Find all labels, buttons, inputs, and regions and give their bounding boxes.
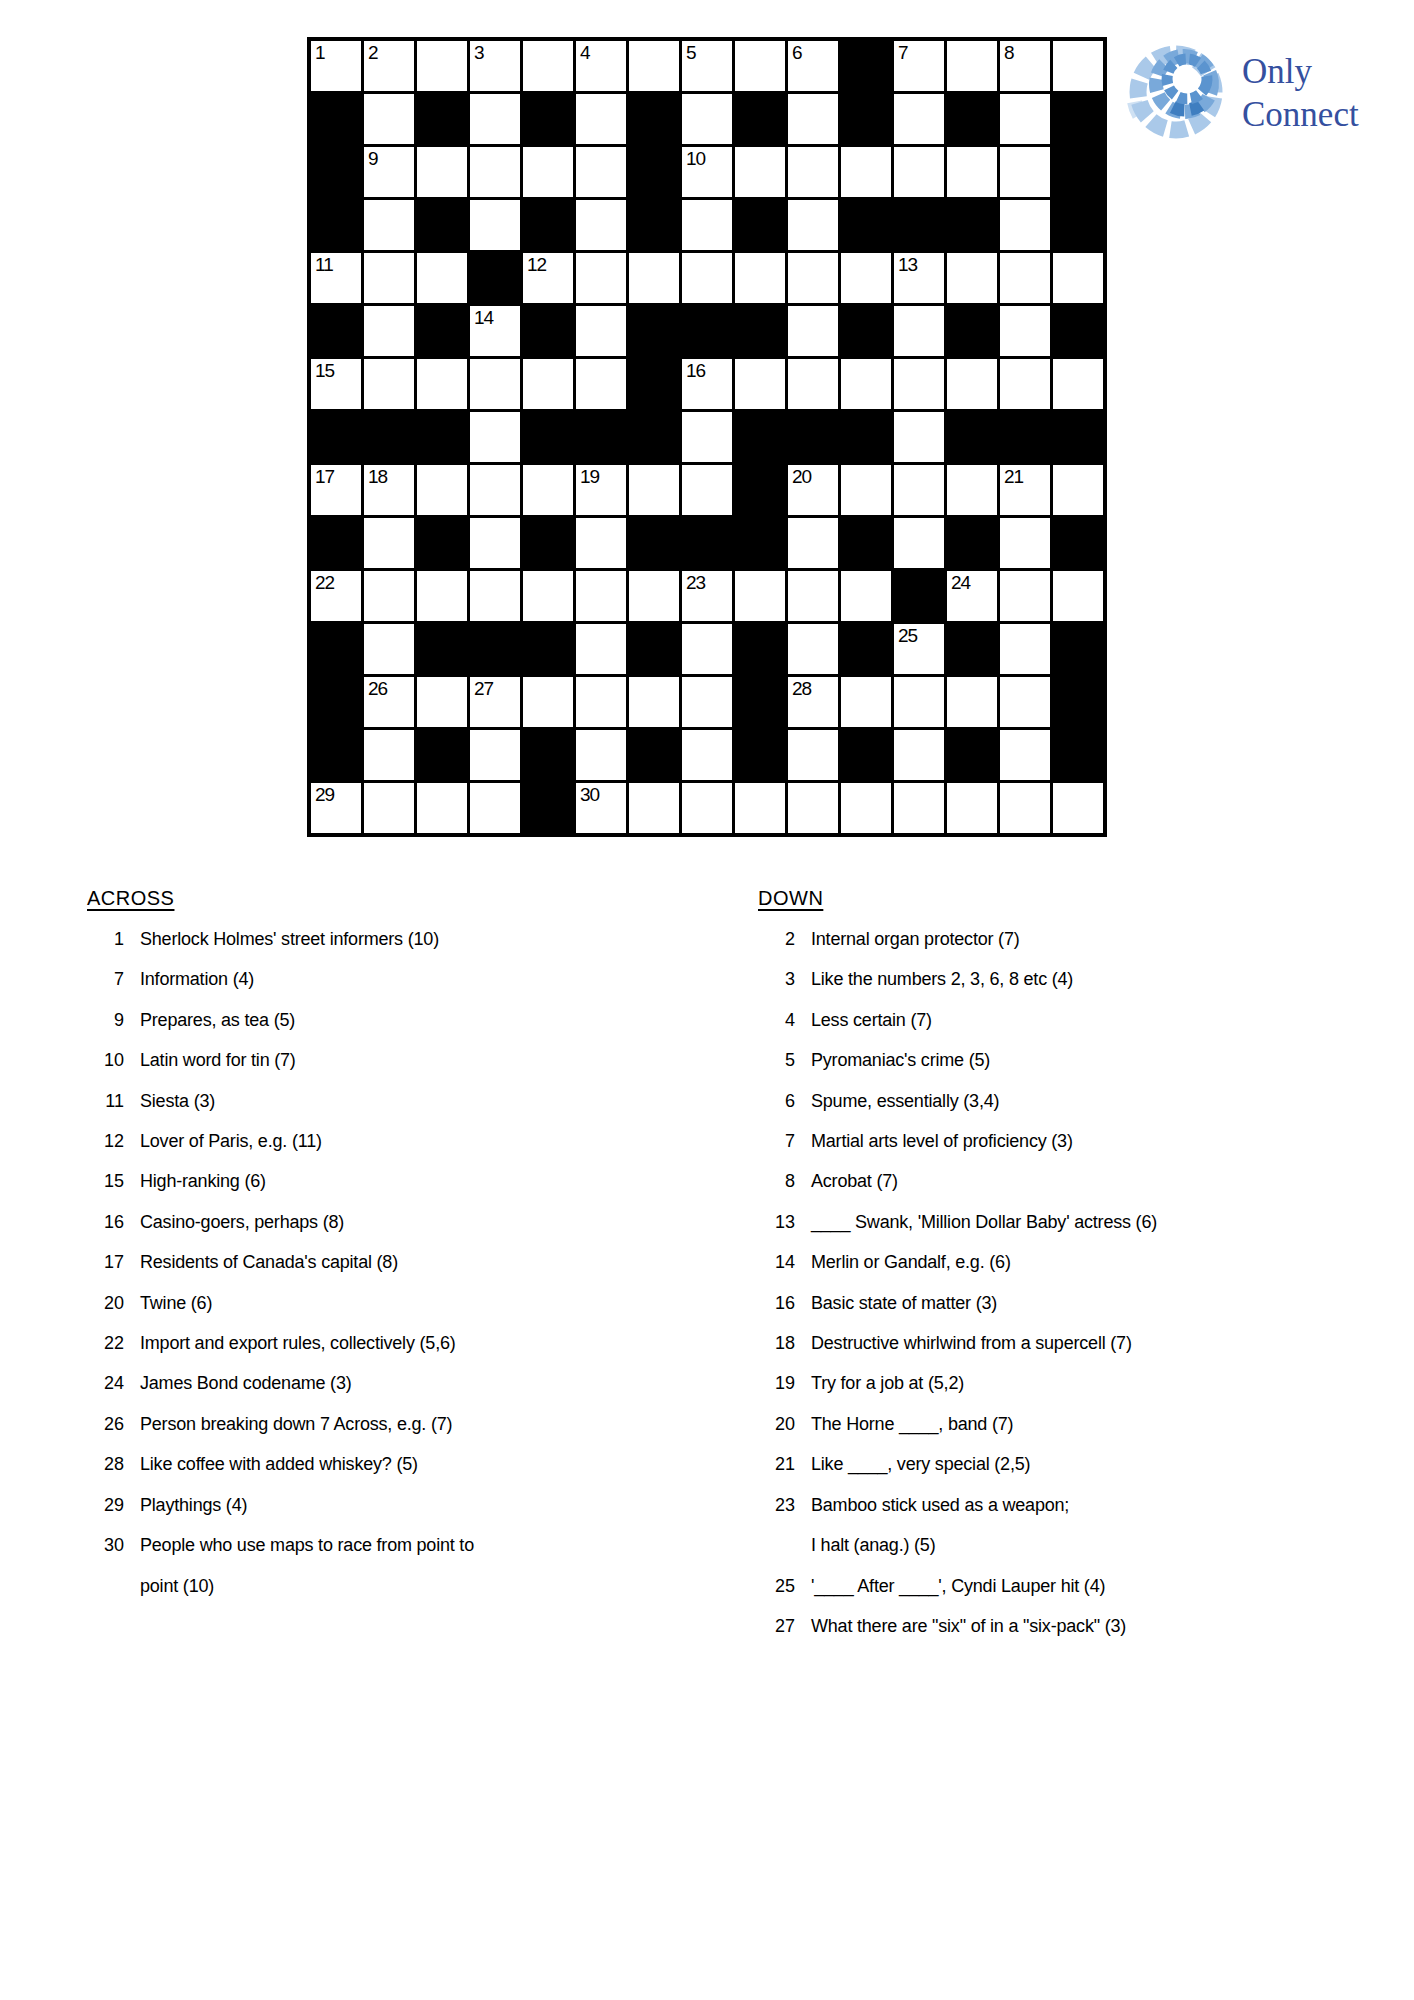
cell-number: 2 xyxy=(368,42,378,63)
cell-r7c13[interactable] xyxy=(947,359,997,409)
cell-r14c10[interactable] xyxy=(788,730,838,780)
cell-r5c7[interactable] xyxy=(629,253,679,303)
cell-r7c14[interactable] xyxy=(1000,359,1050,409)
cell-r15c13[interactable] xyxy=(947,783,997,833)
cell-r14c1 xyxy=(311,730,361,780)
cell-r7c7 xyxy=(629,359,679,409)
cell-r12c11 xyxy=(841,624,891,674)
cell-r5c15[interactable] xyxy=(1053,253,1103,303)
cell-number: 1 xyxy=(315,42,325,63)
cell-r15c5 xyxy=(523,783,573,833)
cell-r7c6[interactable] xyxy=(576,359,626,409)
cell-r4c8[interactable] xyxy=(682,200,732,250)
clue-text-line: What there are "six" of in a "six-pack" … xyxy=(811,1606,1126,1646)
cell-r4c15 xyxy=(1053,200,1103,250)
cell-r4c4[interactable] xyxy=(470,200,520,250)
clue-text-line: Like ____, very special (2,5) xyxy=(811,1444,1030,1484)
across-clues-section: ACROSS 1Sherlock Holmes' street informer… xyxy=(87,884,647,1606)
cell-r7c11[interactable] xyxy=(841,359,891,409)
cell-r7c10[interactable] xyxy=(788,359,838,409)
cell-r1c6[interactable]: 4 xyxy=(576,41,626,91)
cell-r14c8[interactable] xyxy=(682,730,732,780)
clue-number: 6 xyxy=(758,1081,811,1121)
cell-r14c5 xyxy=(523,730,573,780)
cell-r2c5 xyxy=(523,94,573,144)
cell-r2c6[interactable] xyxy=(576,94,626,144)
cell-r15c1[interactable]: 29 xyxy=(311,783,361,833)
cell-r7c4[interactable] xyxy=(470,359,520,409)
cell-r9c13[interactable] xyxy=(947,465,997,515)
cell-r10c4[interactable] xyxy=(470,518,520,568)
cell-r1c3[interactable] xyxy=(417,41,467,91)
cell-r3c12[interactable] xyxy=(894,147,944,197)
cell-r10c3 xyxy=(417,518,467,568)
clue-text-line: Try for a job at (5,2) xyxy=(811,1363,964,1403)
clue-text-line: Destructive whirlwind from a supercell (… xyxy=(811,1323,1132,1363)
clue-text: Latin word for tin (7) xyxy=(140,1040,296,1080)
cell-r10c7 xyxy=(629,518,679,568)
cell-r5c2[interactable] xyxy=(364,253,414,303)
cell-r2c14[interactable] xyxy=(1000,94,1050,144)
cell-r10c2[interactable] xyxy=(364,518,414,568)
clue-text: '____ After ____', Cyndi Lauper hit (4) xyxy=(811,1566,1105,1606)
across-clue-16: 16Casino-goers, perhaps (8) xyxy=(87,1202,647,1242)
clue-number: 19 xyxy=(758,1363,811,1403)
cell-r13c5[interactable] xyxy=(523,677,573,727)
clue-text-line: High-ranking (6) xyxy=(140,1161,266,1201)
cell-r6c8 xyxy=(682,306,732,356)
cell-r14c12[interactable] xyxy=(894,730,944,780)
cell-r1c1[interactable]: 1 xyxy=(311,41,361,91)
cell-r4c13 xyxy=(947,200,997,250)
cell-number: 8 xyxy=(1004,42,1014,63)
cell-r7c1[interactable]: 15 xyxy=(311,359,361,409)
clue-text-line: The Horne ____, band (7) xyxy=(811,1404,1013,1444)
cell-r4c6[interactable] xyxy=(576,200,626,250)
cell-r5c5[interactable]: 12 xyxy=(523,253,573,303)
cell-r11c5[interactable] xyxy=(523,571,573,621)
cell-r15c7[interactable] xyxy=(629,783,679,833)
cell-r11c11[interactable] xyxy=(841,571,891,621)
clue-text-line: Bamboo stick used as a weapon; xyxy=(811,1485,1069,1525)
cell-r11c14[interactable] xyxy=(1000,571,1050,621)
down-clue-3: 3Like the numbers 2, 3, 6, 8 etc (4) xyxy=(758,959,1378,999)
cell-r8c11 xyxy=(841,412,891,462)
cell-r10c5 xyxy=(523,518,573,568)
cell-r10c1 xyxy=(311,518,361,568)
clue-number: 1 xyxy=(87,919,140,959)
cell-r2c1 xyxy=(311,94,361,144)
clue-text-line: Playthings (4) xyxy=(140,1485,247,1525)
clue-number: 16 xyxy=(758,1283,811,1323)
clue-text-line: Person breaking down 7 Across, e.g. (7) xyxy=(140,1404,452,1444)
cell-r12c8[interactable] xyxy=(682,624,732,674)
cell-r7c9[interactable] xyxy=(735,359,785,409)
cell-r11c4[interactable] xyxy=(470,571,520,621)
cell-number: 10 xyxy=(686,148,705,169)
clue-number: 18 xyxy=(758,1323,811,1363)
cell-r12c3 xyxy=(417,624,467,674)
down-clue-14: 14Merlin or Gandalf, e.g. (6) xyxy=(758,1242,1378,1282)
down-clue-21: 21Like ____, very special (2,5) xyxy=(758,1444,1378,1484)
cell-r12c7 xyxy=(629,624,679,674)
clue-text: Spume, essentially (3,4) xyxy=(811,1081,999,1121)
cell-r5c8[interactable] xyxy=(682,253,732,303)
clue-number: 11 xyxy=(87,1081,140,1121)
clue-text-line: Prepares, as tea (5) xyxy=(140,1000,295,1040)
cell-r14c4[interactable] xyxy=(470,730,520,780)
cell-r9c14[interactable]: 21 xyxy=(1000,465,1050,515)
clue-text-line: Like the numbers 2, 3, 6, 8 etc (4) xyxy=(811,959,1073,999)
cell-r4c11 xyxy=(841,200,891,250)
clue-text: People who use maps to race from point t… xyxy=(140,1525,474,1606)
cell-r11c10[interactable] xyxy=(788,571,838,621)
clue-text-line: I halt (anag.) (5) xyxy=(811,1525,1069,1565)
cell-r11c3[interactable] xyxy=(417,571,467,621)
across-clue-10: 10Latin word for tin (7) xyxy=(87,1040,647,1080)
cell-r9c5[interactable] xyxy=(523,465,573,515)
cell-r3c9[interactable] xyxy=(735,147,785,197)
cell-number: 26 xyxy=(368,678,387,699)
cell-r4c14[interactable] xyxy=(1000,200,1050,250)
logo-word-connect: Connect xyxy=(1242,93,1359,136)
cell-number: 15 xyxy=(315,360,334,381)
cell-r9c7[interactable] xyxy=(629,465,679,515)
cell-r15c11[interactable] xyxy=(841,783,891,833)
cell-number: 3 xyxy=(474,42,484,63)
clue-text-line: Sherlock Holmes' street informers (10) xyxy=(140,919,439,959)
across-clue-17: 17Residents of Canada's capital (8) xyxy=(87,1242,647,1282)
cell-r11c15[interactable] xyxy=(1053,571,1103,621)
clue-number: 8 xyxy=(758,1161,811,1201)
cell-number: 6 xyxy=(792,42,802,63)
clue-text: Like the numbers 2, 3, 6, 8 etc (4) xyxy=(811,959,1073,999)
cell-number: 9 xyxy=(368,148,378,169)
clue-text: Acrobat (7) xyxy=(811,1161,898,1201)
cell-r3c2[interactable]: 9 xyxy=(364,147,414,197)
cell-r6c12[interactable] xyxy=(894,306,944,356)
cell-r1c9[interactable] xyxy=(735,41,785,91)
cell-r3c15 xyxy=(1053,147,1103,197)
cell-r5c1[interactable]: 11 xyxy=(311,253,361,303)
cell-r15c2[interactable] xyxy=(364,783,414,833)
cell-r4c10[interactable] xyxy=(788,200,838,250)
across-clue-11: 11Siesta (3) xyxy=(87,1081,647,1121)
clue-number: 29 xyxy=(87,1485,140,1525)
cell-r2c15 xyxy=(1053,94,1103,144)
cell-r10c12[interactable] xyxy=(894,518,944,568)
cell-number: 7 xyxy=(898,42,908,63)
cell-r1c11 xyxy=(841,41,891,91)
cell-r1c2[interactable]: 2 xyxy=(364,41,414,91)
cell-r3c10[interactable] xyxy=(788,147,838,197)
cell-r13c6[interactable] xyxy=(576,677,626,727)
cell-r9c10[interactable]: 20 xyxy=(788,465,838,515)
cell-r3c4[interactable] xyxy=(470,147,520,197)
clue-text-line: James Bond codename (3) xyxy=(140,1363,352,1403)
cell-r8c15 xyxy=(1053,412,1103,462)
cell-r6c4[interactable]: 14 xyxy=(470,306,520,356)
cell-number: 11 xyxy=(315,254,333,275)
cell-r3c14[interactable] xyxy=(1000,147,1050,197)
cell-r8c12[interactable] xyxy=(894,412,944,462)
cell-r10c10[interactable] xyxy=(788,518,838,568)
cell-r13c10[interactable]: 28 xyxy=(788,677,838,727)
cell-r8c10 xyxy=(788,412,838,462)
cell-r2c2[interactable] xyxy=(364,94,414,144)
down-clue-4: 4Less certain (7) xyxy=(758,1000,1378,1040)
cell-r13c12[interactable] xyxy=(894,677,944,727)
cell-r7c15[interactable] xyxy=(1053,359,1103,409)
cell-r13c11[interactable] xyxy=(841,677,891,727)
cell-number: 27 xyxy=(474,678,493,699)
only-connect-logo: Only Connect xyxy=(1124,38,1359,150)
clue-number: 7 xyxy=(758,1121,811,1161)
down-clue-7: 7Martial arts level of proficiency (3) xyxy=(758,1121,1378,1161)
clue-text-line: point (10) xyxy=(140,1566,474,1606)
cell-r3c3[interactable] xyxy=(417,147,467,197)
cell-number: 16 xyxy=(686,360,705,381)
cell-r7c12[interactable] xyxy=(894,359,944,409)
cell-number: 17 xyxy=(315,466,334,487)
cell-r9c3[interactable] xyxy=(417,465,467,515)
cell-r11c12 xyxy=(894,571,944,621)
down-clue-2: 2Internal organ protector (7) xyxy=(758,919,1378,959)
clue-text-line: ____ Swank, 'Million Dollar Baby' actres… xyxy=(811,1202,1157,1242)
cell-r6c10[interactable] xyxy=(788,306,838,356)
clue-text-line: Martial arts level of proficiency (3) xyxy=(811,1121,1073,1161)
clue-text-line: Lover of Paris, e.g. (11) xyxy=(140,1121,322,1161)
cell-r5c6[interactable] xyxy=(576,253,626,303)
clue-text: Merlin or Gandalf, e.g. (6) xyxy=(811,1242,1011,1282)
cell-r12c6[interactable] xyxy=(576,624,626,674)
cell-r4c3 xyxy=(417,200,467,250)
cell-r3c11[interactable] xyxy=(841,147,891,197)
cell-r8c2 xyxy=(364,412,414,462)
cell-r10c14[interactable] xyxy=(1000,518,1050,568)
cell-r7c8[interactable]: 16 xyxy=(682,359,732,409)
cell-r6c6[interactable] xyxy=(576,306,626,356)
cell-r2c4[interactable] xyxy=(470,94,520,144)
clue-number: 21 xyxy=(758,1444,811,1484)
cell-r5c3[interactable] xyxy=(417,253,467,303)
cell-r14c15 xyxy=(1053,730,1103,780)
cell-r15c12[interactable] xyxy=(894,783,944,833)
cell-r2c12[interactable] xyxy=(894,94,944,144)
cell-r14c2[interactable] xyxy=(364,730,414,780)
cell-r14c14[interactable] xyxy=(1000,730,1050,780)
cell-r8c9 xyxy=(735,412,785,462)
across-heading: ACROSS xyxy=(87,884,647,912)
down-clue-5: 5Pyromaniac's crime (5) xyxy=(758,1040,1378,1080)
cell-r9c1[interactable]: 17 xyxy=(311,465,361,515)
cell-r9c9 xyxy=(735,465,785,515)
cell-r9c8[interactable] xyxy=(682,465,732,515)
clue-number: 2 xyxy=(758,919,811,959)
cell-r9c15[interactable] xyxy=(1053,465,1103,515)
cell-r12c9 xyxy=(735,624,785,674)
cell-r6c7 xyxy=(629,306,679,356)
cell-r12c14[interactable] xyxy=(1000,624,1050,674)
cell-r14c6[interactable] xyxy=(576,730,626,780)
cell-r2c13 xyxy=(947,94,997,144)
cell-r5c9[interactable] xyxy=(735,253,785,303)
cell-r9c12[interactable] xyxy=(894,465,944,515)
cell-r5c13[interactable] xyxy=(947,253,997,303)
clue-text-line: Casino-goers, perhaps (8) xyxy=(140,1202,344,1242)
across-clue-list: 1Sherlock Holmes' street informers (10)7… xyxy=(87,919,647,1606)
cell-r3c5[interactable] xyxy=(523,147,573,197)
down-clue-25: 25'____ After ____', Cyndi Lauper hit (4… xyxy=(758,1566,1378,1606)
cell-r12c2[interactable] xyxy=(364,624,414,674)
cell-r15c10[interactable] xyxy=(788,783,838,833)
cell-number: 13 xyxy=(898,254,917,275)
across-clue-20: 20Twine (6) xyxy=(87,1283,647,1323)
cell-r11c6[interactable] xyxy=(576,571,626,621)
clue-text: Destructive whirlwind from a supercell (… xyxy=(811,1323,1132,1363)
cell-r8c4[interactable] xyxy=(470,412,520,462)
cell-r5c14[interactable] xyxy=(1000,253,1050,303)
cell-r1c4[interactable]: 3 xyxy=(470,41,520,91)
cell-r1c12[interactable]: 7 xyxy=(894,41,944,91)
cell-r10c6[interactable] xyxy=(576,518,626,568)
cell-r15c14[interactable] xyxy=(1000,783,1050,833)
clue-number: 5 xyxy=(758,1040,811,1080)
cell-r3c7 xyxy=(629,147,679,197)
cell-r15c3[interactable] xyxy=(417,783,467,833)
across-clue-24: 24James Bond codename (3) xyxy=(87,1363,647,1403)
cell-r13c14[interactable] xyxy=(1000,677,1050,727)
clue-text-line: Pyromaniac's crime (5) xyxy=(811,1040,990,1080)
cell-number: 4 xyxy=(580,42,590,63)
cell-r1c10[interactable]: 6 xyxy=(788,41,838,91)
down-heading: DOWN xyxy=(758,884,1378,912)
across-clue-7: 7Information (4) xyxy=(87,959,647,999)
cell-r15c15[interactable] xyxy=(1053,783,1103,833)
down-clues-section: DOWN 2Internal organ protector (7)3Like … xyxy=(758,884,1378,1646)
cell-r7c3[interactable] xyxy=(417,359,467,409)
across-clue-29: 29Playthings (4) xyxy=(87,1485,647,1525)
clue-number: 4 xyxy=(758,1000,811,1040)
cell-r7c5[interactable] xyxy=(523,359,573,409)
cell-number: 14 xyxy=(474,307,493,328)
clue-text: Lover of Paris, e.g. (11) xyxy=(140,1121,322,1161)
clue-text-line: Information (4) xyxy=(140,959,254,999)
cell-r1c7[interactable] xyxy=(629,41,679,91)
cell-r6c11 xyxy=(841,306,891,356)
cell-number: 5 xyxy=(686,42,696,63)
cell-r2c10[interactable] xyxy=(788,94,838,144)
cell-r6c2[interactable] xyxy=(364,306,414,356)
cell-r13c4[interactable]: 27 xyxy=(470,677,520,727)
cell-r8c8[interactable] xyxy=(682,412,732,462)
cell-r2c8[interactable] xyxy=(682,94,732,144)
cell-r13c8[interactable] xyxy=(682,677,732,727)
clue-number: 24 xyxy=(87,1363,140,1403)
cell-r5c11[interactable] xyxy=(841,253,891,303)
cell-r13c3[interactable] xyxy=(417,677,467,727)
cell-r9c2[interactable]: 18 xyxy=(364,465,414,515)
cell-r11c1[interactable]: 22 xyxy=(311,571,361,621)
cell-r13c13[interactable] xyxy=(947,677,997,727)
clue-number: 16 xyxy=(87,1202,140,1242)
clue-text-line: Acrobat (7) xyxy=(811,1161,898,1201)
cell-r15c4[interactable] xyxy=(470,783,520,833)
clue-text-line: Spume, essentially (3,4) xyxy=(811,1081,999,1121)
clue-text: Casino-goers, perhaps (8) xyxy=(140,1202,344,1242)
cell-r5c10[interactable] xyxy=(788,253,838,303)
cell-r13c1 xyxy=(311,677,361,727)
cell-r11c13[interactable]: 24 xyxy=(947,571,997,621)
clue-text-line: Less certain (7) xyxy=(811,1000,932,1040)
clue-text: High-ranking (6) xyxy=(140,1161,266,1201)
down-clue-8: 8Acrobat (7) xyxy=(758,1161,1378,1201)
cell-r12c1 xyxy=(311,624,361,674)
cell-r10c9 xyxy=(735,518,785,568)
cell-r1c15[interactable] xyxy=(1053,41,1103,91)
cell-r14c3 xyxy=(417,730,467,780)
cell-r9c4[interactable] xyxy=(470,465,520,515)
across-clue-1: 1Sherlock Holmes' street informers (10) xyxy=(87,919,647,959)
cell-r4c2[interactable] xyxy=(364,200,414,250)
clue-number: 9 xyxy=(87,1000,140,1040)
clue-text: Person breaking down 7 Across, e.g. (7) xyxy=(140,1404,452,1444)
cell-r6c14[interactable] xyxy=(1000,306,1050,356)
cell-r1c8[interactable]: 5 xyxy=(682,41,732,91)
clue-text-line: Merlin or Gandalf, e.g. (6) xyxy=(811,1242,1011,1282)
cell-r12c12[interactable]: 25 xyxy=(894,624,944,674)
clue-number: 25 xyxy=(758,1566,811,1606)
cell-r13c7[interactable] xyxy=(629,677,679,727)
cell-r2c7 xyxy=(629,94,679,144)
cell-r15c6[interactable]: 30 xyxy=(576,783,626,833)
cell-r11c8[interactable]: 23 xyxy=(682,571,732,621)
clue-text: Like coffee with added whiskey? (5) xyxy=(140,1444,418,1484)
cell-r13c2[interactable]: 26 xyxy=(364,677,414,727)
cell-r5c12[interactable]: 13 xyxy=(894,253,944,303)
cell-r1c13[interactable] xyxy=(947,41,997,91)
clue-number: 27 xyxy=(758,1606,811,1646)
clue-text: Import and export rules, collectively (5… xyxy=(140,1323,456,1363)
clue-number: 7 xyxy=(87,959,140,999)
down-clue-16: 16Basic state of matter (3) xyxy=(758,1283,1378,1323)
cell-r3c6[interactable] xyxy=(576,147,626,197)
cell-r11c2[interactable] xyxy=(364,571,414,621)
cell-r7c2[interactable] xyxy=(364,359,414,409)
cell-r3c8[interactable]: 10 xyxy=(682,147,732,197)
cell-r1c5[interactable] xyxy=(523,41,573,91)
cell-r9c11[interactable] xyxy=(841,465,891,515)
clue-text: James Bond codename (3) xyxy=(140,1363,352,1403)
down-clue-6: 6Spume, essentially (3,4) xyxy=(758,1081,1378,1121)
cell-r11c7[interactable] xyxy=(629,571,679,621)
clue-text: Basic state of matter (3) xyxy=(811,1283,997,1323)
cell-r6c9 xyxy=(735,306,785,356)
cell-r3c13[interactable] xyxy=(947,147,997,197)
cell-r14c7 xyxy=(629,730,679,780)
cell-r9c6[interactable]: 19 xyxy=(576,465,626,515)
cell-r11c9[interactable] xyxy=(735,571,785,621)
clue-text: Residents of Canada's capital (8) xyxy=(140,1242,398,1282)
down-clue-20: 20The Horne ____, band (7) xyxy=(758,1404,1378,1444)
cell-number: 30 xyxy=(580,784,599,805)
cell-r15c9[interactable] xyxy=(735,783,785,833)
cell-r15c8[interactable] xyxy=(682,783,732,833)
clue-text-line: Basic state of matter (3) xyxy=(811,1283,997,1323)
across-clue-22: 22Import and export rules, collectively … xyxy=(87,1323,647,1363)
cell-r1c14[interactable]: 8 xyxy=(1000,41,1050,91)
cell-r12c10[interactable] xyxy=(788,624,838,674)
